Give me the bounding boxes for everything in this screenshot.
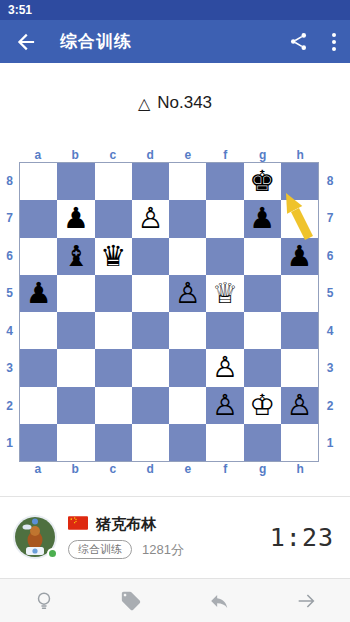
mode-badge: 综合训练: [68, 540, 132, 559]
board-label: 8: [0, 162, 19, 200]
square-d6[interactable]: [132, 238, 169, 275]
square-a6[interactable]: [20, 238, 57, 275]
back-arrow-icon[interactable]: [14, 30, 38, 54]
board-label: f: [207, 462, 245, 476]
board-label: e: [169, 462, 207, 476]
piece-wp-f3: ♙: [212, 349, 238, 386]
square-b5[interactable]: [57, 275, 94, 312]
undo-button[interactable]: [175, 579, 263, 622]
overflow-menu-icon[interactable]: [332, 33, 336, 51]
player-score: 1281分: [142, 541, 184, 559]
square-g5[interactable]: [244, 275, 281, 312]
piece-wk-g2: ♔: [249, 387, 275, 424]
square-h6[interactable]: ♟: [281, 238, 318, 275]
square-g7[interactable]: ♟: [244, 200, 281, 237]
board-label: d: [132, 462, 170, 476]
square-b7[interactable]: ♟: [57, 200, 94, 237]
square-g3[interactable]: [244, 349, 281, 386]
board-label: 6: [0, 237, 19, 275]
piece-wp-d7: ♙: [137, 200, 163, 237]
player-info: 猪克布林 综合训练 1281分: [68, 515, 270, 559]
square-a5[interactable]: ♟: [20, 275, 57, 312]
square-a3[interactable]: [20, 349, 57, 386]
square-b6[interactable]: ♝: [57, 238, 94, 275]
square-h3[interactable]: [281, 349, 318, 386]
board-label: a: [19, 148, 57, 162]
square-f3[interactable]: ♙: [206, 349, 243, 386]
square-h2[interactable]: ♙: [281, 387, 318, 424]
hint-button[interactable]: [0, 579, 88, 622]
app-screen: 3:51 综合训练 △ No.343 abcdefgh 87654321 ♚♟♙…: [0, 0, 350, 622]
share-icon[interactable]: [286, 30, 310, 54]
square-a4[interactable]: [20, 312, 57, 349]
board-grid: ♚♟♙♟♝♛♟♟♙♕♙♙♔♙: [19, 162, 319, 462]
side-to-move-indicator: △: [138, 94, 150, 113]
square-h5[interactable]: [281, 275, 318, 312]
square-b2[interactable]: [57, 387, 94, 424]
avatar[interactable]: [12, 514, 58, 560]
board-label: 5: [319, 275, 341, 313]
square-g4[interactable]: [244, 312, 281, 349]
countdown-timer: 1:23: [270, 523, 334, 552]
player-bar: 猪克布林 综合训练 1281分 1:23: [0, 496, 350, 577]
square-e7[interactable]: [169, 200, 206, 237]
clock-time: 3:51: [8, 3, 32, 17]
square-f7[interactable]: [206, 200, 243, 237]
file-labels-top: abcdefgh: [19, 148, 319, 162]
board-label: g: [244, 148, 282, 162]
piece-bp-g7: ♟: [249, 200, 275, 237]
bottom-toolbar: [0, 578, 350, 622]
square-e8[interactable]: [169, 163, 206, 200]
board-label: b: [57, 462, 95, 476]
square-d1[interactable]: [132, 424, 169, 461]
board-label: d: [132, 148, 170, 162]
square-c7[interactable]: [95, 200, 132, 237]
chess-board-area: abcdefgh 87654321 ♚♟♙♟♝♛♟♟♙♕♙♙♔♙ 8765432…: [0, 148, 350, 476]
square-g8[interactable]: ♚: [244, 163, 281, 200]
board-label: 4: [0, 312, 19, 350]
player-name: 猪克布林: [96, 515, 156, 534]
piece-bp-b7: ♟: [63, 200, 89, 237]
board-label: b: [57, 148, 95, 162]
square-c5[interactable]: [95, 275, 132, 312]
board-label: a: [19, 462, 57, 476]
square-d4[interactable]: [132, 312, 169, 349]
board-label: 1: [0, 425, 19, 463]
board-label: c: [94, 462, 132, 476]
online-status-dot: [47, 548, 58, 559]
square-a7[interactable]: [20, 200, 57, 237]
file-labels-bottom: abcdefgh: [19, 462, 319, 476]
status-bar: 3:51: [0, 0, 350, 20]
square-e6[interactable]: [169, 238, 206, 275]
square-b1[interactable]: [57, 424, 94, 461]
square-f6[interactable]: [206, 238, 243, 275]
square-b8[interactable]: [57, 163, 94, 200]
square-f1[interactable]: [206, 424, 243, 461]
tag-button[interactable]: [88, 579, 176, 622]
square-h4[interactable]: [281, 312, 318, 349]
piece-bp-h6: ♟: [286, 238, 312, 275]
square-e5[interactable]: ♙: [169, 275, 206, 312]
square-e4[interactable]: [169, 312, 206, 349]
piece-bq-c6: ♛: [100, 238, 126, 275]
square-g1[interactable]: [244, 424, 281, 461]
square-a2[interactable]: [20, 387, 57, 424]
square-c1[interactable]: [95, 424, 132, 461]
square-d2[interactable]: [132, 387, 169, 424]
square-d5[interactable]: [132, 275, 169, 312]
square-h8[interactable]: [281, 163, 318, 200]
piece-wp-h2: ♙: [286, 387, 312, 424]
page-title: 综合训练: [60, 30, 132, 53]
piece-bk-g8: ♚: [249, 163, 275, 200]
square-c3[interactable]: [95, 349, 132, 386]
board-label: 4: [319, 312, 341, 350]
square-c2[interactable]: [95, 387, 132, 424]
square-e3[interactable]: [169, 349, 206, 386]
square-d8[interactable]: [132, 163, 169, 200]
square-f4[interactable]: [206, 312, 243, 349]
board-label: 2: [0, 387, 19, 425]
board-label: 2: [319, 387, 341, 425]
square-e1[interactable]: [169, 424, 206, 461]
piece-bp-a5: ♟: [26, 275, 52, 312]
board-label: 1: [319, 425, 341, 463]
board-label: f: [207, 148, 245, 162]
puzzle-number: No.343: [157, 93, 212, 113]
square-d7[interactable]: ♙: [132, 200, 169, 237]
rank-labels-left: 87654321: [0, 162, 19, 462]
rank-labels-right: 87654321: [319, 162, 341, 462]
square-g2[interactable]: ♔: [244, 387, 281, 424]
square-d3[interactable]: [132, 349, 169, 386]
square-b4[interactable]: [57, 312, 94, 349]
square-a1[interactable]: [20, 424, 57, 461]
square-c6[interactable]: ♛: [95, 238, 132, 275]
puzzle-heading: △ No.343: [0, 90, 350, 116]
square-g6[interactable]: [244, 238, 281, 275]
square-h1[interactable]: [281, 424, 318, 461]
square-f5[interactable]: ♕: [206, 275, 243, 312]
square-c4[interactable]: [95, 312, 132, 349]
square-e2[interactable]: [169, 387, 206, 424]
board-label: c: [94, 148, 132, 162]
board-label: 3: [319, 350, 341, 388]
piece-wp-e5: ♙: [175, 275, 201, 312]
square-a8[interactable]: [20, 163, 57, 200]
board-label: 5: [0, 275, 19, 313]
board-label: e: [169, 148, 207, 162]
piece-wp-f2: ♙: [212, 387, 238, 424]
board-label: h: [282, 148, 320, 162]
board-label: 7: [319, 200, 341, 238]
square-b3[interactable]: [57, 349, 94, 386]
board-label: 3: [0, 350, 19, 388]
board-label: g: [244, 462, 282, 476]
china-flag-icon: [68, 516, 88, 534]
board-label: h: [282, 462, 320, 476]
square-h7[interactable]: [281, 200, 318, 237]
board-label: 8: [319, 162, 341, 200]
square-f8[interactable]: [206, 163, 243, 200]
app-bar: 综合训练: [0, 20, 350, 63]
piece-bb-b6: ♝: [63, 238, 89, 275]
square-c8[interactable]: [95, 163, 132, 200]
board-label: 7: [0, 200, 19, 238]
piece-wq-f5: ♕: [212, 275, 238, 312]
square-f2[interactable]: ♙: [206, 387, 243, 424]
board-label: 6: [319, 237, 341, 275]
forward-button[interactable]: [263, 579, 350, 622]
